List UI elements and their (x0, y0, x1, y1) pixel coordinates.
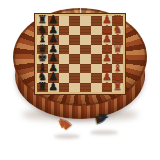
square[interactable] (91, 35, 102, 45)
square[interactable] (69, 35, 80, 45)
square[interactable] (69, 16, 80, 26)
square[interactable] (91, 16, 102, 26)
square[interactable] (59, 64, 70, 74)
square[interactable] (69, 54, 80, 64)
square[interactable] (59, 54, 70, 64)
square[interactable] (80, 45, 91, 55)
square[interactable]: ♟ (102, 83, 113, 93)
black-pawn[interactable]: ♟ (48, 81, 59, 91)
square[interactable]: ♟ (48, 83, 59, 93)
square[interactable] (80, 83, 91, 93)
square[interactable] (91, 73, 102, 83)
square[interactable] (59, 83, 70, 93)
square[interactable]: ♜ (112, 83, 123, 93)
square[interactable] (69, 26, 80, 36)
square[interactable] (69, 64, 80, 74)
square[interactable] (80, 35, 91, 45)
square[interactable] (59, 73, 70, 83)
square[interactable] (59, 45, 70, 55)
square[interactable] (80, 64, 91, 74)
square[interactable]: ♜ (37, 83, 48, 93)
square[interactable] (59, 35, 70, 45)
square[interactable] (80, 73, 91, 83)
white-rook[interactable]: ♜ (112, 81, 123, 91)
square[interactable] (59, 16, 70, 26)
loose-piece-shadow (54, 134, 80, 139)
product-photo: ♜♟♟♜♞♟♟♞♝♟♟♝♛♟♟♛♚♟♟♚♝♟♟♝♞♟♟♞♜♟♟♜ ♞ ♞ (0, 0, 160, 160)
square[interactable] (59, 26, 70, 36)
square[interactable] (80, 26, 91, 36)
square[interactable] (91, 54, 102, 64)
square[interactable] (80, 16, 91, 26)
square[interactable] (91, 26, 102, 36)
white-pawn[interactable]: ♟ (102, 81, 113, 91)
square[interactable] (69, 73, 80, 83)
square[interactable] (91, 45, 102, 55)
black-rook[interactable]: ♜ (37, 81, 48, 91)
square[interactable] (91, 83, 102, 93)
square[interactable] (91, 64, 102, 74)
square[interactable] (69, 83, 80, 93)
loose-black-knight[interactable]: ♞ (92, 109, 112, 127)
loose-piece-shadow (90, 130, 118, 135)
square[interactable] (80, 54, 91, 64)
square[interactable] (69, 45, 80, 55)
chess-board[interactable]: ♜♟♟♜♞♟♟♞♝♟♟♝♛♟♟♛♚♟♟♚♝♟♟♝♞♟♟♞♜♟♟♜ (35, 14, 125, 94)
